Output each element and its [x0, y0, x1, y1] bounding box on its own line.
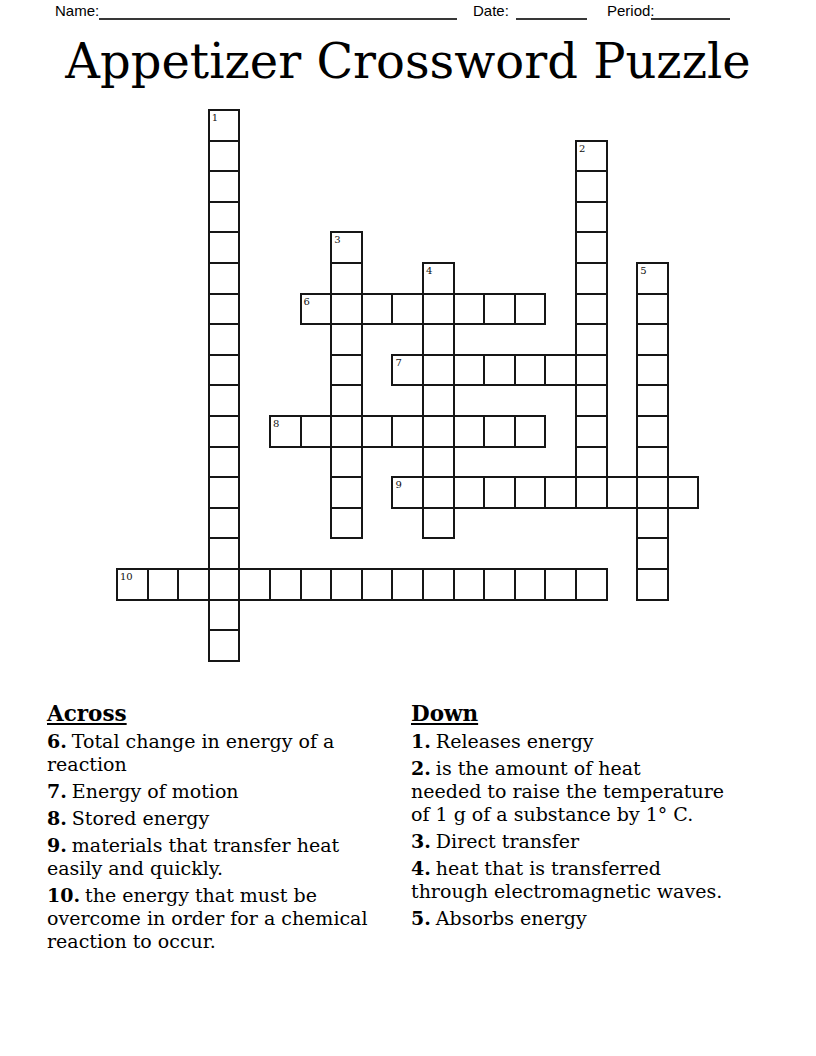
grid-cell[interactable] [453, 293, 486, 326]
grid-cell[interactable] [514, 354, 547, 387]
clue-text: Energy of motion [72, 780, 239, 802]
grid-cell[interactable] [636, 507, 669, 540]
grid-cell[interactable] [330, 323, 363, 356]
grid-cell[interactable] [575, 231, 608, 264]
grid-cell[interactable] [208, 231, 241, 264]
clue-number-label: 9. [47, 834, 67, 856]
grid-cell[interactable] [575, 293, 608, 326]
grid-cell[interactable] [330, 415, 363, 448]
grid-cell[interactable] [391, 568, 424, 601]
grid-cell[interactable] [514, 476, 547, 509]
period-label: Period: [607, 2, 655, 19]
down-clue-5: 5.Absorbs energy [411, 907, 775, 930]
grid-cell[interactable] [514, 568, 547, 601]
grid-cell[interactable] [575, 415, 608, 448]
clue-text: Absorbs energy [436, 907, 587, 929]
grid-cell[interactable] [575, 201, 608, 234]
page-title: Appetizer Crossword Puzzle [0, 34, 816, 88]
clue-text: Total change in energy of a reaction [47, 730, 334, 775]
grid-clue-number: 10 [120, 572, 133, 582]
name-blank-line [99, 2, 457, 20]
grid-cell[interactable] [422, 415, 455, 448]
grid-cell[interactable] [575, 446, 608, 479]
clue-number-label: 4. [411, 857, 431, 879]
grid-cell[interactable] [422, 384, 455, 417]
grid-cell[interactable] [422, 323, 455, 356]
down-clues-section: Down 1.Releases energy 2.is the amount o… [411, 701, 775, 934]
grid-clue-number: 8 [273, 419, 279, 429]
grid-cell[interactable] [636, 293, 669, 326]
grid-cell[interactable] [208, 323, 241, 356]
grid-cell[interactable] [208, 201, 241, 234]
grid-cell[interactable] [208, 262, 241, 295]
grid-cell[interactable] [269, 568, 302, 601]
grid-cell[interactable] [453, 476, 486, 509]
grid-cell[interactable] [575, 476, 608, 509]
grid-cell[interactable] [422, 507, 455, 540]
grid-cell[interactable] [636, 568, 669, 601]
grid-cell[interactable] [208, 170, 241, 203]
clue-text: heat that is transferred through electro… [411, 857, 722, 902]
grid-cell[interactable] [453, 354, 486, 387]
grid-cell[interactable] [208, 384, 241, 417]
grid-cell[interactable] [453, 568, 486, 601]
grid-cell[interactable] [361, 293, 394, 326]
grid-cell[interactable] [361, 568, 394, 601]
grid-cell[interactable] [147, 568, 180, 601]
grid-cell[interactable] [514, 293, 547, 326]
clue-number-label: 6. [47, 730, 67, 752]
clue-text: materials that transfer heat easily and … [47, 834, 339, 879]
grid-cell[interactable] [544, 476, 577, 509]
grid-cell[interactable] [636, 476, 669, 509]
across-clue-8: 8.Stored energy [47, 807, 405, 830]
grid-cell[interactable] [636, 537, 669, 570]
clue-number-label: 2. [411, 757, 431, 779]
grid-cell[interactable] [575, 354, 608, 387]
grid-cell[interactable] [330, 354, 363, 387]
grid-cell[interactable] [208, 354, 241, 387]
grid-cell[interactable] [391, 293, 424, 326]
down-clue-2: 2.is the amount of heat needed to raise … [411, 757, 775, 826]
grid-cell[interactable] [330, 446, 363, 479]
grid-cell[interactable] [208, 476, 241, 509]
grid-cell[interactable] [300, 415, 333, 448]
grid-cell[interactable] [208, 599, 241, 632]
grid-cell[interactable] [422, 476, 455, 509]
grid-cell[interactable] [422, 446, 455, 479]
down-clue-3: 3.Direct transfer [411, 830, 775, 853]
grid-cell[interactable] [483, 293, 516, 326]
date-label: Date: [473, 2, 509, 19]
grid-cell[interactable] [422, 354, 455, 387]
grid-cell[interactable] [177, 568, 210, 601]
clue-number-label: 8. [47, 807, 67, 829]
grid-clue-number: 4 [426, 266, 432, 276]
grid-cell[interactable] [208, 568, 241, 601]
grid-cell[interactable] [330, 293, 363, 326]
grid-cell[interactable] [330, 568, 363, 601]
grid-cell[interactable] [575, 262, 608, 295]
grid-cell[interactable] [575, 568, 608, 601]
grid-cell[interactable] [330, 262, 363, 295]
name-label: Name: [55, 2, 99, 19]
grid-cell[interactable] [208, 415, 241, 448]
worksheet-page: Name: Date: Period: Appetizer Crossword … [0, 0, 816, 1056]
grid-cell[interactable] [208, 140, 241, 173]
grid-cell[interactable] [636, 384, 669, 417]
grid-cell[interactable] [514, 415, 547, 448]
clue-text: is the amount of heat needed to raise th… [411, 757, 724, 825]
grid-cell[interactable] [391, 415, 424, 448]
period-blank-line [651, 2, 730, 20]
clue-text: Releases energy [436, 730, 594, 752]
grid-cell[interactable] [300, 568, 333, 601]
grid-cell[interactable] [575, 323, 608, 356]
grid-cell[interactable] [422, 568, 455, 601]
grid-cell[interactable] [330, 476, 363, 509]
down-clue-1: 1.Releases energy [411, 730, 775, 753]
down-clue-4: 4.heat that is transferred through elect… [411, 857, 775, 903]
grid-clue-number: 5 [640, 266, 646, 276]
grid-clue-number: 1 [212, 113, 218, 123]
grid-cell[interactable] [330, 384, 363, 417]
grid-cell[interactable] [361, 415, 394, 448]
grid-cell[interactable] [667, 476, 700, 509]
clue-text: the energy that must be overcome in orde… [47, 884, 368, 952]
clue-number-label: 5. [411, 907, 431, 929]
across-heading: Across [47, 701, 405, 726]
grid-cell[interactable] [544, 354, 577, 387]
grid-cell[interactable] [575, 384, 608, 417]
grid-cell[interactable] [483, 354, 516, 387]
grid-clue-number: 7 [395, 358, 401, 368]
clue-text: Stored energy [72, 807, 209, 829]
grid-cell[interactable] [636, 354, 669, 387]
grid-clue-number: 9 [395, 480, 401, 490]
across-clue-9: 9.materials that transfer heat easily an… [47, 834, 405, 880]
grid-cell[interactable] [422, 293, 455, 326]
grid-cell[interactable] [453, 415, 486, 448]
grid-clue-number: 2 [579, 144, 585, 154]
grid-clue-number: 3 [334, 235, 340, 245]
grid-cell[interactable] [208, 507, 241, 540]
grid-cell[interactable] [483, 476, 516, 509]
down-heading: Down [411, 701, 775, 726]
clue-number-label: 7. [47, 780, 67, 802]
grid-cell[interactable] [208, 293, 241, 326]
grid-clue-number: 6 [304, 297, 310, 307]
grid-cell[interactable] [636, 323, 669, 356]
grid-cell[interactable] [636, 415, 669, 448]
grid-cell[interactable] [606, 476, 639, 509]
clue-number-label: 1. [411, 730, 431, 752]
clue-number-label: 10. [47, 884, 80, 906]
across-clue-10: 10.the energy that must be overcome in o… [47, 884, 405, 953]
across-clue-7: 7.Energy of motion [47, 780, 405, 803]
grid-cell[interactable] [575, 170, 608, 203]
grid-cell[interactable] [238, 568, 271, 601]
across-clues-section: Across 6.Total change in energy of a rea… [47, 701, 405, 957]
across-clue-6: 6.Total change in energy of a reaction [47, 730, 405, 776]
grid-cell[interactable] [483, 568, 516, 601]
grid-cell[interactable] [208, 629, 241, 662]
grid-cell[interactable] [208, 537, 241, 570]
grid-cell[interactable] [544, 568, 577, 601]
clue-number-label: 3. [411, 830, 431, 852]
grid-cell[interactable] [208, 446, 241, 479]
clue-text: Direct transfer [436, 830, 579, 852]
date-blank-line [516, 2, 587, 20]
grid-cell[interactable] [483, 415, 516, 448]
grid-cell[interactable] [636, 446, 669, 479]
crossword-grid: 12345678910 [116, 109, 702, 664]
grid-cell[interactable] [330, 507, 363, 540]
